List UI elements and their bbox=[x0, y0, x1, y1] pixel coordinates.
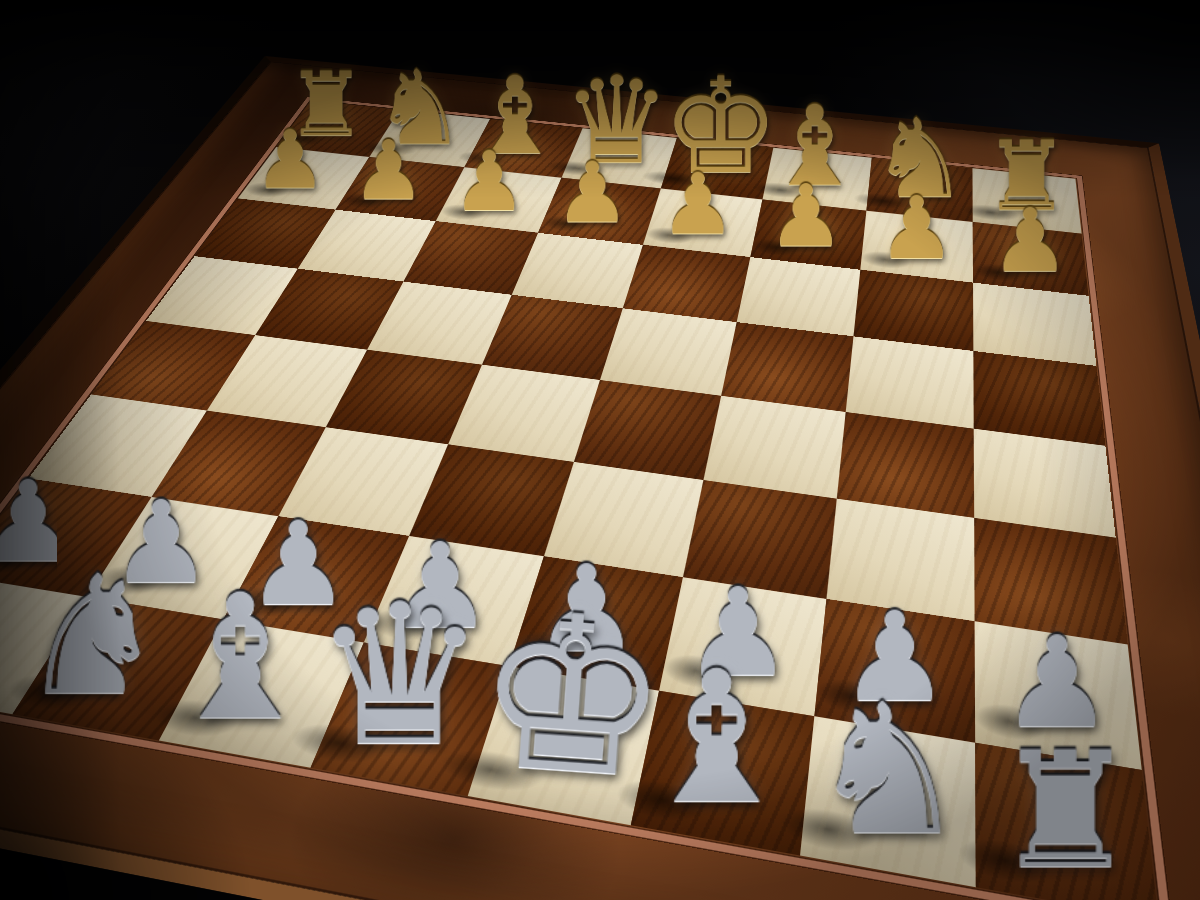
piece-silver-knight: ♞ bbox=[802, 684, 974, 856]
piece-gold-pawn: ♟ bbox=[751, 176, 860, 258]
piece-gold-pawn: ♟ bbox=[337, 132, 441, 210]
piece-gold-pawn: ♟ bbox=[644, 164, 752, 245]
square-h8: ♜ bbox=[973, 168, 1082, 234]
piece-shadow bbox=[738, 176, 822, 205]
piece-silver-knight: ♞ bbox=[14, 558, 171, 715]
piece-shadow bbox=[426, 198, 501, 226]
piece-shadow bbox=[740, 232, 813, 262]
square-g8: ♞ bbox=[866, 158, 972, 222]
square-e6 bbox=[623, 245, 751, 322]
square-d7: ♟ bbox=[538, 178, 661, 245]
piece-silver-rook: ♜ bbox=[978, 734, 1153, 887]
piece-shadow bbox=[849, 244, 922, 275]
square-c7: ♟ bbox=[436, 167, 562, 233]
piece-gold-pawn: ♟ bbox=[974, 199, 1086, 283]
square-b6 bbox=[298, 210, 436, 282]
piece-gold-bishop: ♝ bbox=[465, 65, 565, 167]
square-h6 bbox=[973, 283, 1096, 366]
piece-shadow bbox=[633, 221, 707, 251]
square-g7: ♟ bbox=[860, 211, 973, 283]
square-a8: ♜ bbox=[276, 101, 399, 157]
piece-shadow bbox=[530, 154, 624, 182]
square-b7: ♟ bbox=[336, 157, 465, 221]
square-h7: ♟ bbox=[973, 222, 1089, 296]
piece-gold-rook: ♜ bbox=[974, 130, 1079, 222]
piece-silver-king: ♚ bbox=[470, 587, 650, 802]
square-d8: ♛ bbox=[562, 128, 677, 188]
square-a6 bbox=[195, 198, 336, 268]
piece-shadow bbox=[950, 198, 1031, 228]
square-e8: ♚ bbox=[661, 138, 773, 199]
square-d5 bbox=[482, 295, 623, 380]
piece-shadow bbox=[962, 256, 1035, 288]
square-d6 bbox=[512, 233, 643, 308]
square-b5 bbox=[255, 269, 403, 350]
piece-shadow bbox=[326, 187, 402, 215]
piece-shadow bbox=[442, 145, 527, 172]
piece-shadow bbox=[840, 186, 926, 216]
piece-gold-pawn: ♟ bbox=[437, 143, 542, 222]
piece-shadow bbox=[229, 176, 305, 203]
chess-board: ♜♞♝♛♚♝♞♜♟♟♟♟♟♟♟♟♟♟♟♟♟♟♟♟♜♞♝♛♚♝♞♜ bbox=[0, 62, 1200, 900]
piece-shadow bbox=[625, 164, 722, 193]
piece-gold-pawn: ♟ bbox=[539, 153, 646, 233]
square-f7: ♟ bbox=[750, 199, 866, 269]
piece-shadow bbox=[528, 209, 603, 238]
piece-silver-queen: ♛ bbox=[312, 583, 475, 768]
piece-gold-king: ♚ bbox=[662, 63, 764, 188]
piece-shadow bbox=[258, 126, 340, 151]
square-c6 bbox=[403, 221, 538, 295]
square-f8: ♝ bbox=[762, 148, 871, 211]
piece-gold-pawn: ♟ bbox=[239, 122, 342, 199]
piece-gold-queen: ♛ bbox=[563, 63, 664, 177]
square-b8: ♞ bbox=[369, 110, 490, 168]
piece-gold-bishop: ♝ bbox=[764, 94, 867, 200]
square-a5 bbox=[146, 256, 298, 335]
photo-background: ♜♞♝♛♚♝♞♜♟♟♟♟♟♟♟♟♟♟♟♟♟♟♟♟♜♞♝♛♚♝♞♜ bbox=[0, 0, 1200, 900]
square-f6 bbox=[737, 257, 861, 336]
square-c8: ♝ bbox=[464, 119, 582, 178]
piece-gold-pawn: ♟ bbox=[861, 187, 971, 270]
piece-shadow bbox=[346, 135, 433, 161]
piece-gold-knight: ♞ bbox=[370, 59, 469, 157]
piece-silver-bishop: ♝ bbox=[160, 576, 320, 740]
square-a7: ♟ bbox=[238, 147, 370, 210]
piece-gold-rook: ♜ bbox=[277, 62, 374, 147]
square-e7: ♟ bbox=[643, 188, 763, 257]
perspective-scene: ♜♞♝♛♚♝♞♜♟♟♟♟♟♟♟♟♟♟♟♟♟♟♟♟♜♞♝♛♚♝♞♜ bbox=[0, 0, 1200, 900]
square-g6 bbox=[853, 270, 973, 351]
square-e1: ♚ bbox=[468, 666, 659, 825]
square-h1: ♜ bbox=[975, 743, 1158, 900]
square-f5 bbox=[721, 322, 853, 412]
piece-gold-knight: ♞ bbox=[867, 107, 971, 211]
square-c5 bbox=[367, 282, 512, 365]
piece-silver-bishop: ♝ bbox=[632, 652, 801, 826]
